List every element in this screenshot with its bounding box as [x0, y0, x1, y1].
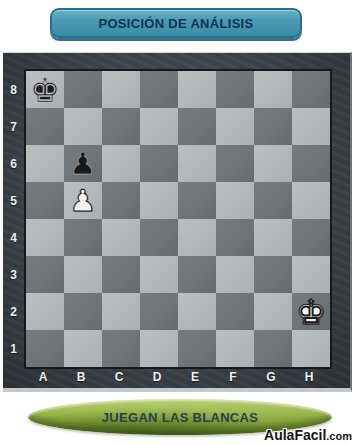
square-a1[interactable]: [26, 330, 64, 367]
square-c8[interactable]: [102, 71, 140, 108]
square-g2[interactable]: [254, 293, 292, 330]
square-e3[interactable]: [178, 256, 216, 293]
square-d7[interactable]: [140, 108, 178, 145]
square-g7[interactable]: [254, 108, 292, 145]
square-f6[interactable]: [216, 145, 254, 182]
analysis-title-banner: POSICIÓN DE ANÁLISIS: [50, 8, 302, 38]
square-g3[interactable]: [254, 256, 292, 293]
square-e4[interactable]: [178, 219, 216, 256]
piece-white-king[interactable]: ♚: [296, 295, 326, 329]
square-g1[interactable]: [254, 330, 292, 367]
square-c7[interactable]: [102, 108, 140, 145]
square-d1[interactable]: [140, 330, 178, 367]
watermark-name: AulaFacil: [264, 427, 326, 443]
square-c6[interactable]: [102, 145, 140, 182]
square-a8[interactable]: ♚: [26, 71, 64, 108]
piece-white-pawn[interactable]: ♟: [70, 186, 97, 216]
square-b1[interactable]: [64, 330, 102, 367]
square-b4[interactable]: [64, 219, 102, 256]
square-e1[interactable]: [178, 330, 216, 367]
square-d4[interactable]: [140, 219, 178, 256]
square-f1[interactable]: [216, 330, 254, 367]
square-f2[interactable]: [216, 293, 254, 330]
square-h3[interactable]: [292, 256, 330, 293]
square-b8[interactable]: [64, 71, 102, 108]
square-f7[interactable]: [216, 108, 254, 145]
chess-board: ♚♟♟♚: [24, 69, 332, 369]
square-c4[interactable]: [102, 219, 140, 256]
square-f8[interactable]: [216, 71, 254, 108]
square-h5[interactable]: [292, 182, 330, 219]
square-g4[interactable]: [254, 219, 292, 256]
analysis-title-label: POSICIÓN DE ANÁLISIS: [98, 16, 253, 31]
square-a3[interactable]: [26, 256, 64, 293]
square-h6[interactable]: [292, 145, 330, 182]
file-label-f: F: [214, 368, 252, 386]
square-b5[interactable]: ♟: [64, 182, 102, 219]
piece-black-pawn[interactable]: ♟: [70, 149, 97, 179]
rank-label-1: 1: [3, 330, 24, 367]
square-h4[interactable]: [292, 219, 330, 256]
square-f5[interactable]: [216, 182, 254, 219]
file-label-a: A: [24, 368, 62, 386]
watermark-tld: .com: [326, 430, 352, 442]
rank-label-4: 4: [3, 219, 24, 256]
watermark: AulaFacil.com: [264, 426, 352, 444]
square-a2[interactable]: [26, 293, 64, 330]
square-h2[interactable]: ♚: [292, 293, 330, 330]
file-label-e: E: [176, 368, 214, 386]
square-d6[interactable]: [140, 145, 178, 182]
square-h8[interactable]: [292, 71, 330, 108]
square-h7[interactable]: [292, 108, 330, 145]
square-d3[interactable]: [140, 256, 178, 293]
square-a4[interactable]: [26, 219, 64, 256]
square-c5[interactable]: [102, 182, 140, 219]
file-label-h: H: [290, 368, 328, 386]
square-d2[interactable]: [140, 293, 178, 330]
square-e5[interactable]: [178, 182, 216, 219]
square-e7[interactable]: [178, 108, 216, 145]
square-b3[interactable]: [64, 256, 102, 293]
square-e8[interactable]: [178, 71, 216, 108]
square-a7[interactable]: [26, 108, 64, 145]
square-c2[interactable]: [102, 293, 140, 330]
rank-label-8: 8: [3, 71, 24, 108]
file-labels: ABCDEFGH: [24, 368, 332, 386]
square-e2[interactable]: [178, 293, 216, 330]
piece-black-king[interactable]: ♚: [30, 73, 60, 107]
rank-label-3: 3: [3, 256, 24, 293]
square-g8[interactable]: [254, 71, 292, 108]
square-d8[interactable]: [140, 71, 178, 108]
square-g5[interactable]: [254, 182, 292, 219]
square-b6[interactable]: ♟: [64, 145, 102, 182]
square-a5[interactable]: [26, 182, 64, 219]
file-label-d: D: [138, 368, 176, 386]
rank-label-6: 6: [3, 145, 24, 182]
square-f3[interactable]: [216, 256, 254, 293]
square-c1[interactable]: [102, 330, 140, 367]
square-b7[interactable]: [64, 108, 102, 145]
rank-labels: 87654321: [3, 71, 24, 367]
rank-label-2: 2: [3, 293, 24, 330]
file-label-b: B: [62, 368, 100, 386]
file-label-c: C: [100, 368, 138, 386]
square-h1[interactable]: [292, 330, 330, 367]
square-d5[interactable]: [140, 182, 178, 219]
turn-banner-label: JUEGAN LAS BLANCAS: [102, 410, 258, 425]
square-e6[interactable]: [178, 145, 216, 182]
rank-label-5: 5: [3, 182, 24, 219]
square-f4[interactable]: [216, 219, 254, 256]
square-a6[interactable]: [26, 145, 64, 182]
square-g6[interactable]: [254, 145, 292, 182]
file-label-g: G: [252, 368, 290, 386]
square-b2[interactable]: [64, 293, 102, 330]
chess-board-frame: 87654321 ♚♟♟♚ ABCDEFGH: [3, 52, 352, 392]
rank-label-7: 7: [3, 108, 24, 145]
square-c3[interactable]: [102, 256, 140, 293]
